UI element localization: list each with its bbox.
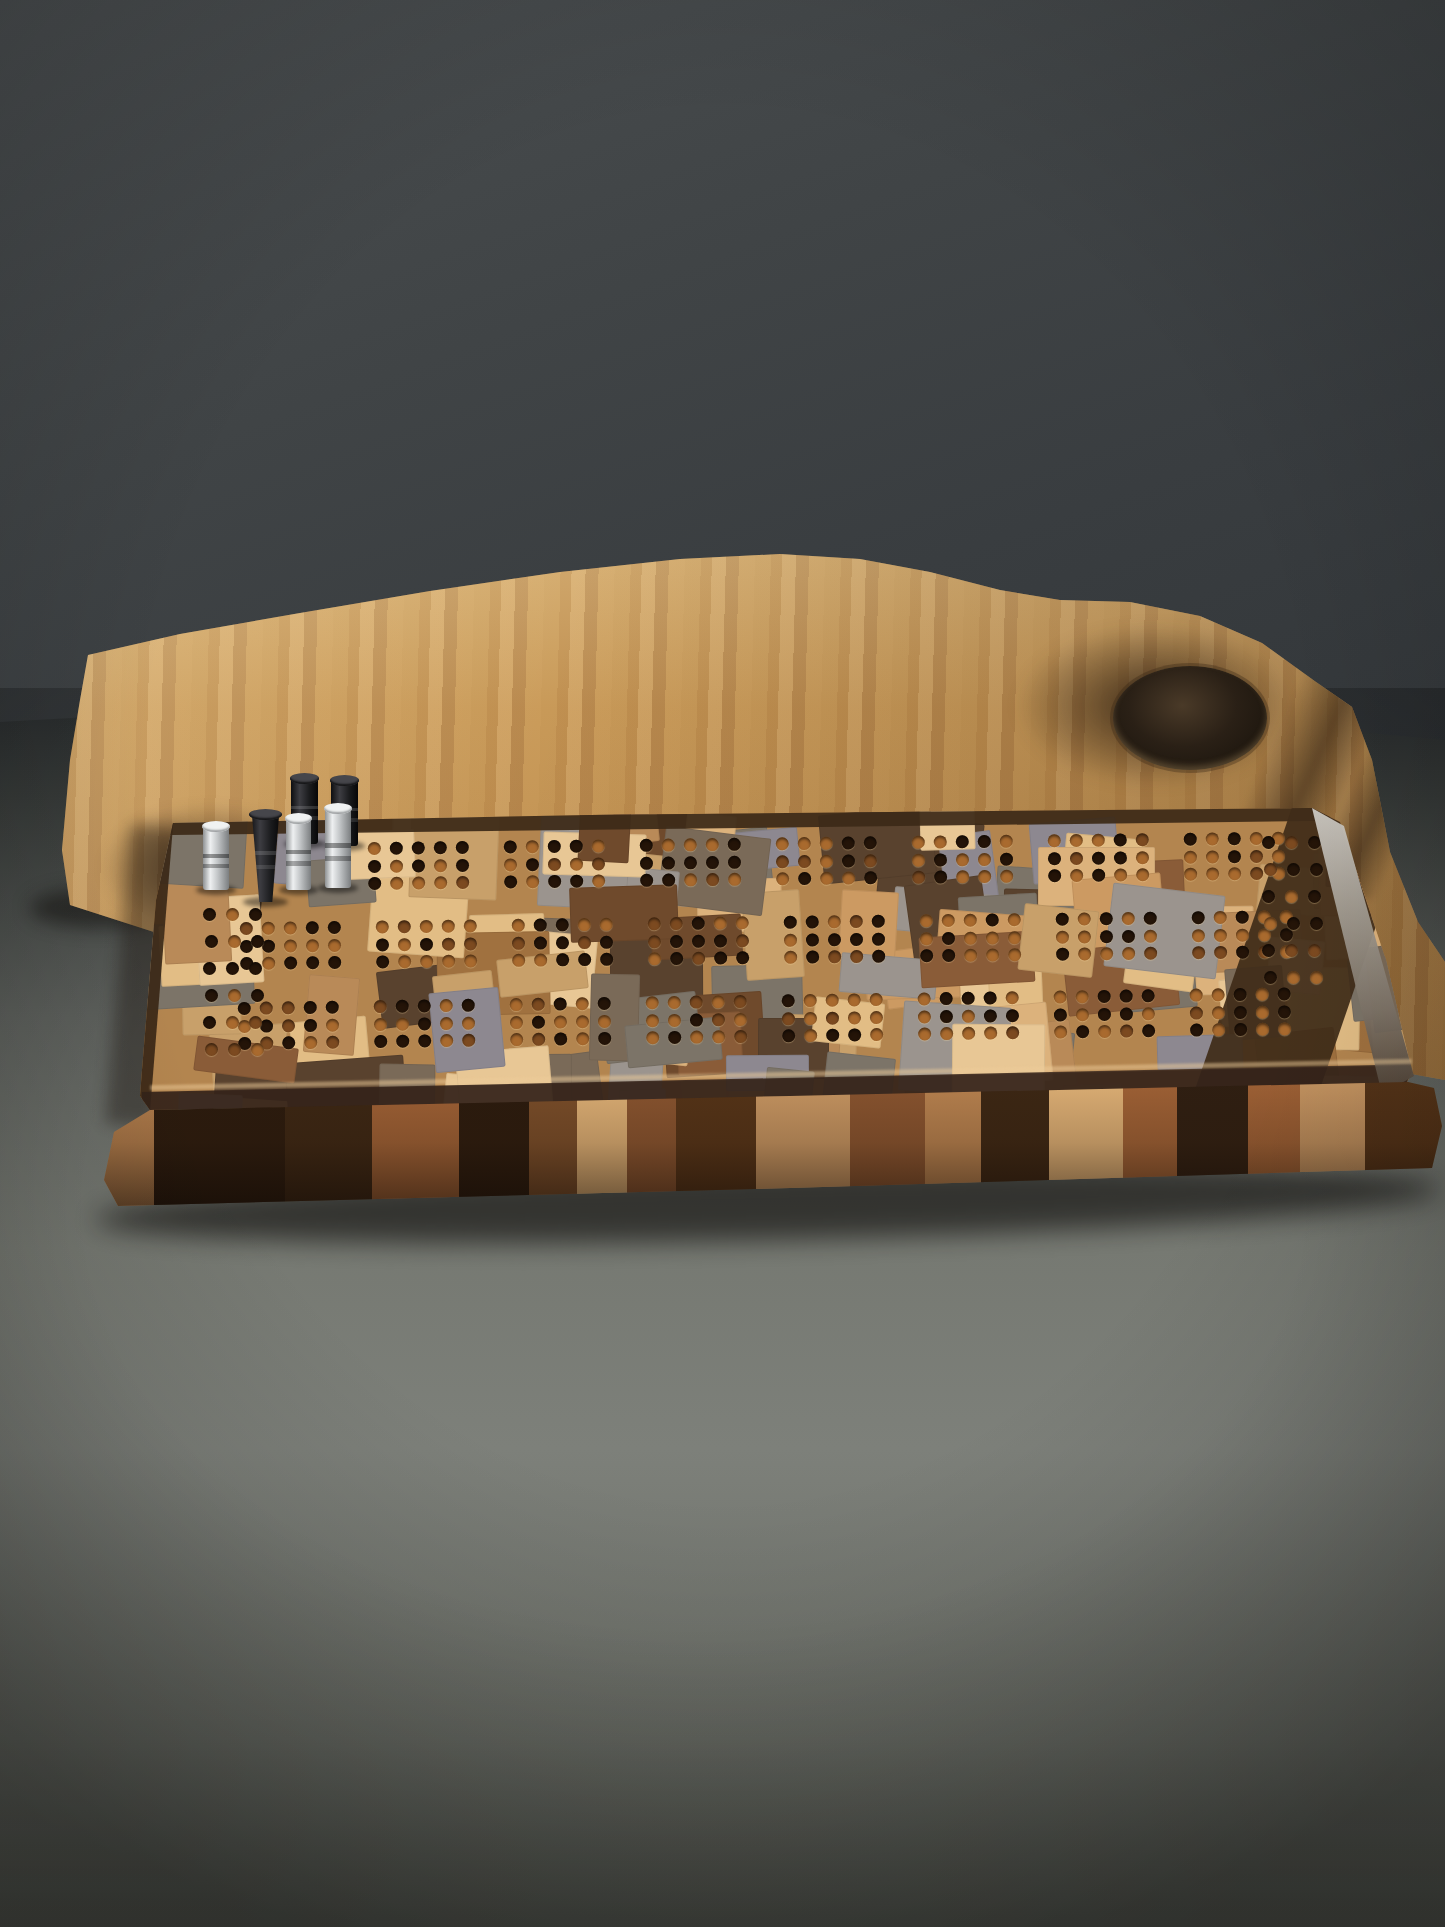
peg-hole[interactable] [984,1009,997,1022]
peg-hole[interactable] [782,1029,795,1042]
peg-hole[interactable] [554,1032,567,1045]
peg-hole[interactable] [1234,1005,1247,1018]
peg-hole[interactable] [1214,946,1227,959]
peg-hole[interactable] [1136,851,1149,864]
peg-hole[interactable] [1076,1025,1089,1038]
peg-hole[interactable] [734,995,747,1008]
peg-hole[interactable] [390,842,403,855]
peg-hole[interactable] [956,835,969,848]
peg-hole[interactable] [510,1033,523,1046]
peg-hole[interactable] [912,871,925,884]
peg-hole[interactable] [556,936,569,949]
peg-hole[interactable] [598,1014,611,1027]
peg-hole[interactable] [456,876,469,889]
peg-hole[interactable] [1092,834,1105,847]
peg-hole[interactable] [918,1010,931,1023]
peg-hole[interactable] [226,908,239,921]
peg-hole[interactable] [1256,1023,1269,1036]
peg-hole[interactable] [986,913,999,926]
peg-hole[interactable] [934,835,947,848]
peg-hole[interactable] [1122,929,1135,942]
peg-hole[interactable] [1287,971,1300,984]
peg-hole[interactable] [1092,869,1105,882]
peg-hole[interactable] [956,853,969,866]
peg-hole[interactable] [1184,850,1197,863]
peg-hole[interactable] [692,934,705,947]
peg-hole[interactable] [706,856,719,869]
peg-hole[interactable] [598,1032,611,1045]
peg-hole[interactable] [1310,917,1323,930]
peg-hole[interactable] [326,1036,339,1049]
peg-hole[interactable] [1120,1025,1133,1038]
peg-hole[interactable] [1006,1009,1019,1022]
peg-hole[interactable] [1048,834,1061,847]
peg-hole[interactable] [864,871,877,884]
peg-hole[interactable] [226,1016,239,1029]
peg-hole[interactable] [1006,1026,1019,1039]
peg-hole[interactable] [736,916,749,929]
peg-hole[interactable] [1122,912,1135,925]
peg-hole[interactable] [1008,931,1021,944]
peg-hole[interactable] [690,1031,703,1044]
peg-hole[interactable] [978,835,991,848]
peg-hole[interactable] [600,953,613,966]
peg-hole[interactable] [512,936,525,949]
peg-hole[interactable] [1120,1007,1133,1020]
peg-hole[interactable] [203,1016,216,1029]
peg-hole[interactable] [576,997,589,1010]
peg-hole[interactable] [1098,1025,1111,1038]
peg-hole[interactable] [828,950,841,963]
peg-hole[interactable] [1308,836,1321,849]
peg-hole[interactable] [1308,944,1321,957]
peg-hole[interactable] [1228,832,1241,845]
peg-hole[interactable] [464,919,477,932]
peg-hole[interactable] [456,841,469,854]
peg-hole[interactable] [986,931,999,944]
peg-hole[interactable] [646,1014,659,1027]
peg-hole[interactable] [456,858,469,871]
peg-hole[interactable] [418,1034,431,1047]
peg-hole[interactable] [576,1032,589,1045]
peg-hole[interactable] [534,936,547,949]
peg-hole[interactable] [962,1027,975,1040]
peg-hole[interactable] [592,874,605,887]
peg-hole[interactable] [1054,1025,1067,1038]
peg-hole[interactable] [390,859,403,872]
peg-hole[interactable] [376,955,389,968]
peg-hole[interactable] [249,962,262,975]
peg-hole[interactable] [1236,911,1249,924]
peg-hole[interactable] [1142,989,1155,1002]
peg-hole[interactable] [390,877,403,890]
peg-hole[interactable] [804,1011,817,1024]
peg-hole[interactable] [504,875,517,888]
peg-hole[interactable] [714,934,727,947]
peg-hole[interactable] [1214,928,1227,941]
peg-hole[interactable] [420,955,433,968]
peg-hole[interactable] [532,998,545,1011]
peg-hole[interactable] [1122,947,1135,960]
peg-hole[interactable] [203,962,216,975]
peg-hole[interactable] [442,955,455,968]
peg-silver-3[interactable] [286,818,311,890]
peg-hole[interactable] [962,992,975,1005]
peg-hole[interactable] [692,917,705,930]
peg-hole[interactable] [226,962,239,975]
peg-hole[interactable] [820,837,833,850]
peg-hole[interactable] [872,932,885,945]
peg-hole[interactable] [578,953,591,966]
peg-hole[interactable] [728,873,741,886]
peg-hole[interactable] [670,934,683,947]
peg-hole[interactable] [826,994,839,1007]
peg-hole[interactable] [1262,836,1275,849]
peg-hole[interactable] [872,950,885,963]
peg-hole[interactable] [668,1031,681,1044]
peg-black-2[interactable] [250,814,281,902]
peg-hole[interactable] [1206,832,1219,845]
peg-hole[interactable] [1228,867,1241,880]
peg-hole[interactable] [1285,890,1298,903]
peg-hole[interactable] [692,952,705,965]
peg-hole[interactable] [1000,852,1013,865]
peg-hole[interactable] [870,1010,883,1023]
peg-hole[interactable] [806,915,819,928]
peg-hole[interactable] [640,874,653,887]
peg-hole[interactable] [1056,948,1069,961]
peg-hole[interactable] [374,1035,387,1048]
peg-hole[interactable] [412,876,425,889]
peg-hole[interactable] [804,1029,817,1042]
peg-hole[interactable] [912,853,925,866]
peg-hole[interactable] [282,1001,295,1014]
peg-hole[interactable] [205,1043,218,1056]
peg-hole[interactable] [942,931,955,944]
peg-hole[interactable] [442,920,455,933]
peg-hole[interactable] [776,872,789,885]
peg-hole[interactable] [690,1013,703,1026]
peg-hole[interactable] [798,837,811,850]
peg-hole[interactable] [940,1027,953,1040]
peg-hole[interactable] [398,955,411,968]
peg-hole[interactable] [784,933,797,946]
peg-hole[interactable] [1054,1008,1067,1021]
peg-hole[interactable] [526,875,539,888]
peg-hole[interactable] [798,854,811,867]
peg-hole[interactable] [734,1030,747,1043]
peg-hole[interactable] [464,937,477,950]
peg-hole[interactable] [368,877,381,890]
peg-hole[interactable] [205,935,218,948]
peg-hole[interactable] [368,842,381,855]
peg-hole[interactable] [1264,971,1277,984]
peg-hole[interactable] [848,1028,861,1041]
peg-hole[interactable] [728,855,741,868]
peg-hole[interactable] [504,840,517,853]
peg-hole[interactable] [1136,833,1149,846]
peg-hole[interactable] [284,956,297,969]
peg-hole[interactable] [282,1019,295,1032]
peg-hole[interactable] [1190,1024,1203,1037]
peg-hole[interactable] [251,935,264,948]
peg-hole[interactable] [826,1011,839,1024]
peg-hole[interactable] [1056,913,1069,926]
peg-hole[interactable] [1098,990,1111,1003]
peg-hole[interactable] [228,935,241,948]
peg-hole[interactable] [934,853,947,866]
peg-hole[interactable] [684,838,697,851]
peg-hole[interactable] [440,999,453,1012]
peg-hole[interactable] [978,852,991,865]
peg-hole[interactable] [850,915,863,928]
peg-hole[interactable] [646,1031,659,1044]
peg-hole[interactable] [228,989,241,1002]
peg-hole[interactable] [412,859,425,872]
peg-hole[interactable] [1256,1005,1269,1018]
peg-hole[interactable] [706,873,719,886]
peg-hole[interactable] [1234,988,1247,1001]
peg-hole[interactable] [978,870,991,883]
peg-hole[interactable] [412,841,425,854]
peg-hole[interactable] [570,875,583,888]
peg-hole[interactable] [205,989,218,1002]
peg-hole[interactable] [1214,911,1227,924]
peg-hole[interactable] [306,921,319,934]
peg-hole[interactable] [648,917,661,930]
peg-hole[interactable] [1236,946,1249,959]
peg-hole[interactable] [964,914,977,927]
peg-hole[interactable] [592,839,605,852]
peg-hole[interactable] [532,1015,545,1028]
peg-hole[interactable] [554,1015,567,1028]
peg-hole[interactable] [736,934,749,947]
peg-hole[interactable] [251,989,264,1002]
peg-hole[interactable] [1000,835,1013,848]
peg-hole[interactable] [1190,1006,1203,1019]
peg-hole[interactable] [600,935,613,948]
peg-hole[interactable] [284,921,297,934]
peg-hole[interactable] [282,1036,295,1049]
peg-hole[interactable] [434,859,447,872]
peg-hole[interactable] [228,1043,241,1056]
peg-hole[interactable] [1142,1024,1155,1037]
peg-hole[interactable] [912,836,925,849]
peg-hole[interactable] [1000,870,1013,883]
peg-hole[interactable] [1262,890,1275,903]
peg-hole[interactable] [284,939,297,952]
peg-hole[interactable] [576,1015,589,1028]
peg-hole[interactable] [1264,863,1277,876]
peg-hole[interactable] [842,854,855,867]
peg-hole[interactable] [1100,930,1113,943]
peg-hole[interactable] [984,991,997,1004]
peg-hole[interactable] [1278,1022,1291,1035]
peg-hole[interactable] [249,908,262,921]
peg-hole[interactable] [984,1026,997,1039]
peg-hole[interactable] [804,994,817,1007]
peg-hole[interactable] [304,1036,317,1049]
peg-hole[interactable] [942,949,955,962]
peg-hole[interactable] [1285,836,1298,849]
peg-hole[interactable] [920,914,933,927]
peg-hole[interactable] [548,857,561,870]
peg-hole[interactable] [434,841,447,854]
peg-hole[interactable] [328,956,341,969]
peg-hole[interactable] [203,908,216,921]
peg-hole[interactable] [534,954,547,967]
peg-hole[interactable] [684,856,697,869]
peg-hole[interactable] [1144,947,1157,960]
peg-hole[interactable] [554,997,567,1010]
peg-hole[interactable] [920,932,933,945]
peg-hole[interactable] [940,1010,953,1023]
peg-hole[interactable] [712,995,725,1008]
peg-hole[interactable] [728,838,741,851]
peg-hole[interactable] [734,1012,747,1025]
peg-hole[interactable] [940,992,953,1005]
peg-hole[interactable] [956,870,969,883]
peg-hole[interactable] [1078,947,1091,960]
peg-hole[interactable] [440,1034,453,1047]
peg-hole[interactable] [548,840,561,853]
peg-hole[interactable] [1192,911,1205,924]
peg-hole[interactable] [578,936,591,949]
peg-hole[interactable] [964,949,977,962]
peg-hole[interactable] [1287,917,1300,930]
peg-hole[interactable] [570,857,583,870]
peg-hole[interactable] [1236,928,1249,941]
peg-hole[interactable] [418,1017,431,1030]
peg-hole[interactable] [848,993,861,1006]
peg-hole[interactable] [828,933,841,946]
peg-hole[interactable] [714,916,727,929]
peg-hole[interactable] [462,999,475,1012]
peg-hole[interactable] [249,1016,262,1029]
peg-hole[interactable] [1076,990,1089,1003]
peg-hole[interactable] [376,920,389,933]
peg-hole[interactable] [1278,1005,1291,1018]
peg-hole[interactable] [526,858,539,871]
peg-hole[interactable] [1142,1007,1155,1020]
peg-hole[interactable] [464,954,477,967]
peg-hole[interactable] [1070,834,1083,847]
peg-hole[interactable] [304,1018,317,1031]
peg-hole[interactable] [328,921,341,934]
peg-hole[interactable] [1078,912,1091,925]
peg-hole[interactable] [828,915,841,928]
peg-hole[interactable] [374,1000,387,1013]
peg-hole[interactable] [504,858,517,871]
peg-hole[interactable] [1114,851,1127,864]
peg-hole[interactable] [512,954,525,967]
peg-hole[interactable] [646,996,659,1009]
peg-hole[interactable] [510,998,523,1011]
peg-hole[interactable] [526,840,539,853]
peg-hole[interactable] [712,1030,725,1043]
peg-hole[interactable] [1078,930,1091,943]
peg-hole[interactable] [784,951,797,964]
peg-hole[interactable] [376,938,389,951]
peg-hole[interactable] [820,872,833,885]
peg-hole[interactable] [440,1016,453,1029]
peg-hole[interactable] [598,997,611,1010]
peg-hole[interactable] [842,836,855,849]
peg-hole[interactable] [782,994,795,1007]
peg-hole[interactable] [251,1043,264,1056]
peg-hole[interactable] [870,1028,883,1041]
peg-hole[interactable] [462,1016,475,1029]
peg-hole[interactable] [782,1012,795,1025]
peg-hole[interactable] [648,935,661,948]
peg-hole[interactable] [690,996,703,1009]
peg-hole[interactable] [1100,947,1113,960]
peg-hole[interactable] [1114,833,1127,846]
peg-hole[interactable] [1008,948,1021,961]
peg-hole[interactable] [1212,1006,1225,1019]
peg-hole[interactable] [1310,863,1323,876]
peg-hole[interactable] [304,1001,317,1014]
peg-hole[interactable] [1056,930,1069,943]
peg-hole[interactable] [442,937,455,950]
peg-hole[interactable] [962,1009,975,1022]
peg-hole[interactable] [1092,851,1105,864]
peg-hole[interactable] [1206,867,1219,880]
peg-hole[interactable] [326,1001,339,1014]
peg-hole[interactable] [1054,990,1067,1003]
peg-hole[interactable] [434,876,447,889]
peg-hole[interactable] [820,854,833,867]
peg-hole[interactable] [418,999,431,1012]
peg-hole[interactable] [942,914,955,927]
peg-hole[interactable] [462,1034,475,1047]
peg-hole[interactable] [1144,929,1157,942]
peg-hole[interactable] [396,1000,409,1013]
peg-hole[interactable] [510,1016,523,1029]
peg-hole[interactable] [848,1011,861,1024]
peg-hole[interactable] [578,918,591,931]
peg-hole[interactable] [776,855,789,868]
peg-hole[interactable] [668,1013,681,1026]
peg-hole[interactable] [556,953,569,966]
peg-hole[interactable] [706,838,719,851]
peg-hole[interactable] [1114,868,1127,881]
peg-hole[interactable] [918,992,931,1005]
peg-hole[interactable] [1144,912,1157,925]
peg-hole[interactable] [600,918,613,931]
peg-hole[interactable] [640,839,653,852]
peg-hole[interactable] [398,920,411,933]
peg-hole[interactable] [1308,890,1321,903]
peg-hole[interactable] [374,1017,387,1030]
peg-hole[interactable] [870,993,883,1006]
peg-hole[interactable] [1048,869,1061,882]
peg-hole[interactable] [826,1029,839,1042]
peg-hole[interactable] [1250,832,1263,845]
peg-hole[interactable] [714,951,727,964]
peg-hole[interactable] [850,932,863,945]
peg-hole[interactable] [556,918,569,931]
peg-hole[interactable] [662,874,675,887]
peg-hole[interactable] [1184,868,1197,881]
peg-hole[interactable] [1120,990,1133,1003]
peg-hole[interactable] [1006,991,1019,1004]
peg-hole[interactable] [1287,863,1300,876]
peg-hole[interactable] [534,919,547,932]
peg-hole[interactable] [1076,1008,1089,1021]
peg-hole[interactable] [864,854,877,867]
peg-hole[interactable] [1192,929,1205,942]
